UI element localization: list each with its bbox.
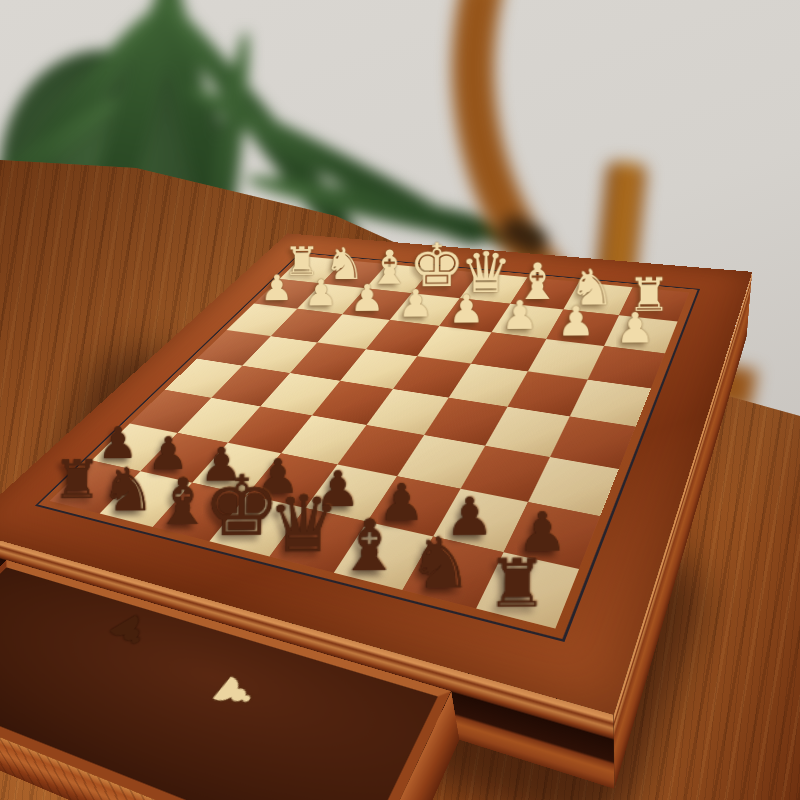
white-pawn-e2: ♟ xyxy=(397,286,432,322)
spare-piece-light: ♟ xyxy=(202,669,266,720)
photo-scene: ♜♞♝♚♛♝♞♜♟♟♟♟♟♟♟♟♟♟♟♟♟♟♟♟♜♞♝♚♛♝♞♜ ♟ ♟ xyxy=(0,0,800,800)
white-pawn-b2: ♟ xyxy=(556,303,594,342)
chess-board-case: ♜♞♝♚♛♝♞♜♟♟♟♟♟♟♟♟♟♟♟♟♟♟♟♟♜♞♝♚♛♝♞♜ ♟ ♟ xyxy=(0,233,752,714)
black-rook-a8: ♜ xyxy=(485,553,546,616)
black-bishop-c8: ♝ xyxy=(336,512,402,580)
square-g6 xyxy=(178,398,261,443)
white-pawn-f2: ♟ xyxy=(349,281,384,316)
square-a2: ♟ xyxy=(604,315,678,353)
black-knight-g8: ♞ xyxy=(100,462,156,519)
black-knight-b8: ♞ xyxy=(407,530,473,597)
board-grid: ♜♞♝♚♛♝♞♜♟♟♟♟♟♟♟♟♟♟♟♟♟♟♟♟♜♞♝♚♛♝♞♜ xyxy=(50,256,690,628)
black-queen-d8: ♛ xyxy=(266,488,339,563)
chess-set: ♜♞♝♚♛♝♞♜♟♟♟♟♟♟♟♟♟♟♟♟♟♟♟♟♜♞♝♚♛♝♞♜ ♟ ♟ xyxy=(112,108,674,670)
square-c2: ♟ xyxy=(492,304,564,339)
square-d5 xyxy=(367,389,449,435)
white-pawn-c2: ♟ xyxy=(501,297,538,335)
square-b5 xyxy=(485,407,570,457)
white-pawn-g2: ♟ xyxy=(304,276,338,310)
square-e4 xyxy=(340,349,417,389)
white-pawn-h2: ♟ xyxy=(260,272,293,306)
spare-piece-dark: ♟ xyxy=(101,607,158,657)
black-rook-h8: ♜ xyxy=(51,456,100,506)
white-pawn-a2: ♟ xyxy=(615,309,654,349)
white-pawn-d2: ♟ xyxy=(448,291,484,328)
